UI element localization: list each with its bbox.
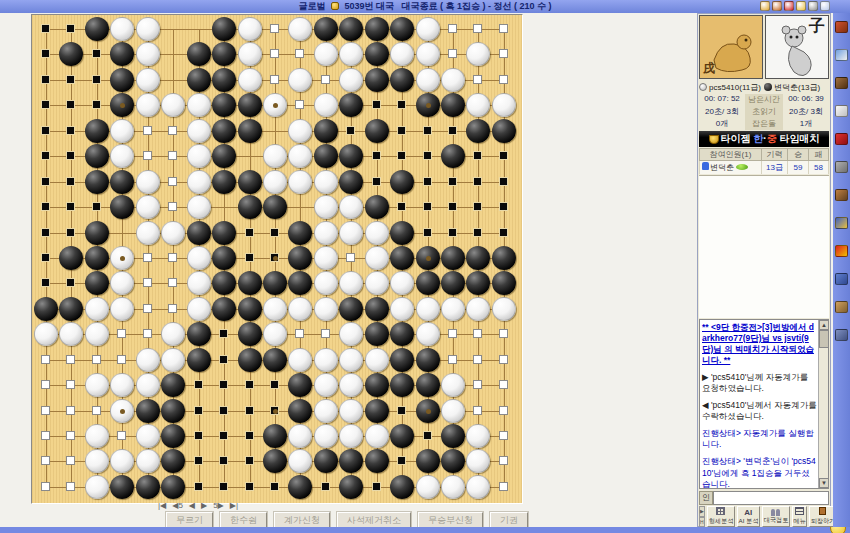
white-stone xyxy=(416,68,440,92)
zodiac-dog-hanja: 戌 xyxy=(703,60,715,77)
white-territory-marker xyxy=(168,151,177,160)
keys-icon[interactable] xyxy=(796,1,806,11)
nav-button-2[interactable]: ◀ xyxy=(189,501,195,510)
white-territory-marker xyxy=(168,253,177,262)
black-territory-marker xyxy=(41,202,50,211)
black-stone xyxy=(263,424,287,448)
greeting-label: 인사말 xyxy=(699,491,713,505)
chat-message-4: 진행상태> '변덕춘'님이 'pcs5410'님에게 흑 1집승을 거두셨습니다… xyxy=(702,456,817,489)
white-stone xyxy=(441,373,465,397)
black-stone xyxy=(492,246,516,270)
clock-panel: 00: 07: 52 남은시간 00: 06: 39 20초/ 3회 초읽기 2… xyxy=(699,94,829,130)
black-territory-marker xyxy=(448,228,457,237)
toolbar-collapse[interactable]: ▶H xyxy=(699,506,705,527)
white-stone xyxy=(339,348,363,372)
white-territory-marker xyxy=(143,151,152,160)
white-territory-marker xyxy=(41,355,50,364)
black-territory-marker xyxy=(499,228,508,237)
white-territory-marker xyxy=(499,456,508,465)
black-stone xyxy=(238,348,262,372)
white-stone xyxy=(187,195,211,219)
black-stone xyxy=(136,475,160,499)
black-stone xyxy=(416,373,440,397)
black-territory-marker xyxy=(66,126,75,135)
col-rank: 기력 xyxy=(762,149,788,161)
black-territory-marker xyxy=(41,24,50,33)
black-territory-marker xyxy=(270,482,279,491)
black-territory-marker xyxy=(66,202,75,211)
black-stone xyxy=(390,246,414,270)
black-territory-marker xyxy=(41,278,50,287)
gift-icon[interactable] xyxy=(835,217,848,229)
white-territory-marker xyxy=(66,431,75,440)
nav-button-4[interactable]: 5▶ xyxy=(213,501,224,510)
chat-log[interactable]: ** <9단 한중전>[3]번방에서 darkhero77(9단)님 vs js… xyxy=(699,319,829,489)
white-stone xyxy=(288,170,312,194)
black-territory-marker xyxy=(499,177,508,186)
white-stone xyxy=(136,17,160,41)
white-territory-marker xyxy=(295,100,304,109)
people-icon xyxy=(771,509,780,516)
black-stone xyxy=(365,399,389,423)
black-territory-marker xyxy=(448,126,457,135)
white-stone xyxy=(187,246,211,270)
white-territory-marker xyxy=(168,304,177,313)
black-stone xyxy=(339,170,363,194)
white-territory-marker xyxy=(92,406,101,415)
hammer-icon[interactable] xyxy=(835,189,848,201)
white-stone xyxy=(238,68,262,92)
menu-icon xyxy=(795,507,804,515)
white-stone xyxy=(136,348,160,372)
black-stone xyxy=(238,297,262,321)
black-stone xyxy=(85,119,109,143)
white-stone xyxy=(187,93,211,117)
black-territory-marker xyxy=(372,100,381,109)
black-territory-marker xyxy=(66,151,75,160)
black-territory-marker xyxy=(372,482,381,491)
white-territory-marker xyxy=(295,49,304,58)
black-territory-marker xyxy=(66,75,75,84)
black-stone xyxy=(365,17,389,41)
participant-list-area[interactable] xyxy=(699,175,829,318)
white-territory-marker xyxy=(41,406,50,415)
white-territory-marker xyxy=(448,49,457,58)
black-territory-marker xyxy=(41,49,50,58)
black-territory-marker xyxy=(41,177,50,186)
chat-input[interactable] xyxy=(713,491,829,505)
black-byoyomi: 20초/ 3회 xyxy=(783,106,829,118)
black-territory-marker xyxy=(423,177,432,186)
black-stone xyxy=(212,17,236,41)
black-stone xyxy=(365,68,389,92)
white-stone xyxy=(492,297,516,321)
white-stone xyxy=(85,322,109,346)
black-territory-marker xyxy=(219,431,228,440)
white-stone xyxy=(390,297,414,321)
black-territory-marker xyxy=(66,100,75,109)
white-territory-marker xyxy=(499,329,508,338)
room-badge-icon xyxy=(331,2,339,10)
white-stone xyxy=(136,424,160,448)
white-territory-marker xyxy=(168,202,177,211)
white-stone xyxy=(238,42,262,66)
analysis-grid-icon xyxy=(716,507,725,515)
white-stone xyxy=(288,119,312,143)
white-territory-marker xyxy=(168,177,177,186)
black-territory-marker xyxy=(92,49,101,58)
white-territory-marker xyxy=(41,431,50,440)
black-stone xyxy=(187,322,211,346)
white-territory-marker xyxy=(66,406,75,415)
white-territory-marker xyxy=(92,355,101,364)
white-stone xyxy=(314,399,338,423)
white-territory-marker xyxy=(346,253,355,262)
black-stone xyxy=(187,221,211,245)
toolbar-review-button[interactable]: 대국검토 xyxy=(762,506,790,527)
go-board[interactable] xyxy=(31,14,523,504)
black-stone xyxy=(212,170,236,194)
event-banner[interactable]: 타이젬 한·중 타임매치 xyxy=(699,131,829,147)
white-stone-icon xyxy=(699,83,707,91)
white-territory-marker xyxy=(473,380,482,389)
black-stone xyxy=(212,119,236,143)
white-territory-marker xyxy=(499,49,508,58)
black-territory-marker xyxy=(219,456,228,465)
white-stone xyxy=(441,475,465,499)
grid-icon[interactable] xyxy=(835,273,848,285)
white-territory-marker xyxy=(143,329,152,338)
black-stone xyxy=(161,399,185,423)
white-stone xyxy=(85,297,109,321)
star-point xyxy=(273,256,278,261)
black-territory-marker xyxy=(397,151,406,160)
black-territory-marker xyxy=(448,177,457,186)
black-territory-marker xyxy=(194,406,203,415)
white-stone xyxy=(441,399,465,423)
white-stone xyxy=(110,297,134,321)
shop-icon[interactable] xyxy=(835,21,848,33)
participant-row[interactable]: 변덕춘 13급 59 58 xyxy=(700,161,829,174)
black-territory-marker xyxy=(41,100,50,109)
home-icon[interactable] xyxy=(760,1,770,11)
chat-message-0[interactable]: ** <9단 한중전>[3]번방에서 darkhero77(9단)님 vs js… xyxy=(702,322,817,366)
white-stone xyxy=(136,170,160,194)
tool-icon[interactable] xyxy=(835,329,848,341)
black-stone xyxy=(85,17,109,41)
black-territory-marker xyxy=(448,202,457,211)
white-territory-marker xyxy=(66,456,75,465)
black-territory-marker xyxy=(245,228,254,237)
scroll-down-icon[interactable]: ▼ xyxy=(819,478,829,488)
black-stone xyxy=(390,424,414,448)
white-stone xyxy=(263,170,287,194)
white-stone xyxy=(238,17,262,41)
black-territory-marker xyxy=(41,75,50,84)
white-stone xyxy=(314,297,338,321)
white-territory-marker xyxy=(499,75,508,84)
white-territory-marker xyxy=(499,355,508,364)
black-territory-marker xyxy=(321,482,330,491)
chat-message-1: ▶ 'pcs5410'님께 자동계가를 요청하였습니다. xyxy=(702,372,817,394)
white-territory-marker xyxy=(473,329,482,338)
white-stone xyxy=(263,144,287,168)
black-territory-marker xyxy=(499,151,508,160)
black-territory-marker xyxy=(245,482,254,491)
black-stone xyxy=(187,68,211,92)
black-stone xyxy=(314,144,338,168)
black-stone xyxy=(288,221,312,245)
black-territory-marker xyxy=(397,100,406,109)
train-icon[interactable] xyxy=(772,1,782,11)
black-stone xyxy=(441,246,465,270)
kup-icon[interactable] xyxy=(835,245,848,257)
move-nav: |◀◀5◀▶5▶▶| xyxy=(158,501,238,510)
col-wins: 승 xyxy=(788,149,809,161)
black-stone xyxy=(110,170,134,194)
chat-scrollbar[interactable]: ▲ ▼ xyxy=(818,320,828,488)
ai-icon: AI xyxy=(744,508,752,517)
black-stone-icon xyxy=(764,83,772,91)
black-stone xyxy=(365,42,389,66)
black-stone xyxy=(85,170,109,194)
white-stone xyxy=(339,68,363,92)
white-territory-marker xyxy=(143,126,152,135)
black-stone xyxy=(238,119,262,143)
black-territory-marker xyxy=(245,431,254,440)
white-stone xyxy=(365,246,389,270)
t-circle-icon[interactable] xyxy=(784,1,794,11)
black-territory-marker xyxy=(41,126,50,135)
monitor-icon[interactable] xyxy=(820,1,830,11)
black-territory-marker xyxy=(92,202,101,211)
drink-icon[interactable] xyxy=(835,49,848,61)
black-territory-marker xyxy=(92,100,101,109)
white-stone xyxy=(136,93,160,117)
star-point xyxy=(426,409,431,414)
black-stone xyxy=(263,195,287,219)
black-stone xyxy=(390,475,414,499)
black-territory-marker xyxy=(194,456,203,465)
black-stone xyxy=(365,119,389,143)
white-territory-marker xyxy=(499,431,508,440)
black-stone xyxy=(238,271,262,295)
black-territory-marker xyxy=(41,253,50,262)
avatar-icon[interactable] xyxy=(835,161,848,173)
white-stone xyxy=(416,475,440,499)
white-stone xyxy=(416,17,440,41)
black-territory-marker xyxy=(346,126,355,135)
black-territory-marker xyxy=(194,431,203,440)
black-territory-marker xyxy=(473,202,482,211)
black-territory-marker xyxy=(66,177,75,186)
white-stone xyxy=(85,373,109,397)
black-territory-marker xyxy=(219,355,228,364)
nav-button-1[interactable]: ◀5 xyxy=(172,501,183,510)
label-byoyomi: 초읽기 xyxy=(745,106,783,118)
game-info-panel: 戌 子 pcs5410(11급) 변덕춘(13급) xyxy=(697,13,831,527)
black-territory-marker xyxy=(397,406,406,415)
friends-icon[interactable] xyxy=(835,301,848,313)
black-territory-marker xyxy=(219,406,228,415)
black-stone xyxy=(339,297,363,321)
col-participants: 참여인원(1) xyxy=(700,149,762,161)
black-stone xyxy=(212,68,236,92)
white-remaining-time: 00: 07: 52 xyxy=(699,94,745,106)
white-stone xyxy=(365,221,389,245)
black-stone xyxy=(85,221,109,245)
black-stone xyxy=(212,246,236,270)
white-stone xyxy=(416,297,440,321)
white-territory-marker xyxy=(168,278,177,287)
black-territory-marker xyxy=(397,202,406,211)
star-point xyxy=(426,103,431,108)
white-stone xyxy=(110,119,134,143)
toolbar-ai-button[interactable]: AI AI 분석 xyxy=(737,506,760,527)
go-client-window: { "game": "Go (Baduk) 19x19 — Korean Tyg… xyxy=(0,0,850,533)
white-territory-marker xyxy=(66,355,75,364)
red-box-icon[interactable] xyxy=(835,133,848,145)
bottom-strip xyxy=(0,527,850,533)
titlebar-icon-tray xyxy=(760,1,830,11)
side-icon-strip xyxy=(833,13,850,527)
card-icon[interactable] xyxy=(835,105,848,117)
white-stone xyxy=(314,424,338,448)
col-losses: 패 xyxy=(809,149,829,161)
black-territory-marker xyxy=(41,151,50,160)
black-stone xyxy=(238,170,262,194)
white-territory-marker xyxy=(499,24,508,33)
white-stone xyxy=(85,475,109,499)
window-title: 글로벌 5039번 대국 대국종료 ( 흑 1집승 ) - 정선 ( 210 수… xyxy=(298,0,551,13)
black-territory-marker xyxy=(92,75,101,84)
black-territory-marker xyxy=(473,228,482,237)
white-territory-marker xyxy=(295,329,304,338)
black-stone xyxy=(365,322,389,346)
white-stone xyxy=(416,42,440,66)
game-status: 대국종료 ( 흑 1집승 ) - 정선 ( 210 수 ) xyxy=(402,1,552,11)
nav-button-0[interactable]: |◀ xyxy=(158,501,166,510)
white-territory-marker xyxy=(168,126,177,135)
chat-message-3: 진행상태> 자동계가를 실행합니다. xyxy=(702,428,817,450)
black-stone xyxy=(416,348,440,372)
white-territory-marker xyxy=(143,253,152,262)
black-stone xyxy=(390,170,414,194)
white-territory-marker xyxy=(270,49,279,58)
white-territory-marker xyxy=(117,355,126,364)
white-territory-marker xyxy=(117,329,126,338)
black-stone xyxy=(365,373,389,397)
chat-message-2: ◀ 'pcs5410'님께서 자동계가를 수락하셨습니다. xyxy=(702,400,817,422)
white-stone xyxy=(136,221,160,245)
black-territory-marker xyxy=(245,406,254,415)
white-territory-marker xyxy=(473,406,482,415)
white-stone xyxy=(416,322,440,346)
black-territory-marker xyxy=(473,177,482,186)
toolbar-menu-button[interactable]: 메뉴 xyxy=(792,506,807,527)
black-territory-marker xyxy=(423,126,432,135)
crate-icon[interactable] xyxy=(835,77,848,89)
black-territory-marker xyxy=(423,202,432,211)
black-territory-marker xyxy=(473,151,482,160)
white-territory-marker xyxy=(117,431,126,440)
black-stone xyxy=(238,195,262,219)
white-territory-marker xyxy=(321,75,330,84)
exit-door-icon xyxy=(819,507,826,515)
white-territory-marker xyxy=(321,329,330,338)
black-territory-marker xyxy=(66,278,75,287)
black-stone xyxy=(390,17,414,41)
white-stone xyxy=(187,119,211,143)
white-stone xyxy=(365,424,389,448)
white-stone xyxy=(161,348,185,372)
black-stone xyxy=(390,348,414,372)
white-stone xyxy=(365,348,389,372)
nav-button-3[interactable]: ▶ xyxy=(201,501,207,510)
white-stone xyxy=(136,68,160,92)
black-stone xyxy=(416,449,440,473)
white-stone xyxy=(314,170,338,194)
white-player-avatar: 戌 xyxy=(699,15,763,79)
black-remaining-time: 00: 06: 39 xyxy=(783,94,829,106)
black-territory-marker xyxy=(372,177,381,186)
scroll-thumb[interactable] xyxy=(819,330,829,348)
white-stone xyxy=(314,246,338,270)
black-player-avatar: 子 xyxy=(765,15,829,79)
nav-button-5[interactable]: ▶| xyxy=(230,501,238,510)
black-stone xyxy=(416,271,440,295)
white-territory-marker xyxy=(473,24,482,33)
black-stone xyxy=(314,119,338,143)
panel-toolbar: ▶H 형세분석 AI AI 분석 대국검토 메뉴 퇴장하기 xyxy=(699,506,829,527)
white-territory-marker xyxy=(499,482,508,491)
black-stone xyxy=(263,348,287,372)
white-stone xyxy=(136,195,160,219)
black-stone xyxy=(390,68,414,92)
black-territory-marker xyxy=(219,482,228,491)
white-territory-marker xyxy=(473,75,482,84)
black-territory-marker xyxy=(499,202,508,211)
white-territory-marker xyxy=(499,380,508,389)
buddy-icon[interactable] xyxy=(808,1,818,11)
zodiac-rat-hanja: 子 xyxy=(809,16,825,37)
black-stone xyxy=(238,322,262,346)
black-stone xyxy=(212,297,236,321)
white-player-name: pcs5410(11급) xyxy=(699,81,764,93)
white-stone xyxy=(441,68,465,92)
white-territory-marker xyxy=(143,304,152,313)
black-territory-marker xyxy=(219,329,228,338)
black-stone xyxy=(136,399,160,423)
scroll-up-icon[interactable]: ▲ xyxy=(819,320,829,330)
black-territory-marker xyxy=(372,151,381,160)
white-stone xyxy=(314,373,338,397)
white-stone xyxy=(441,297,465,321)
label-remaining: 남은시간 xyxy=(745,94,783,106)
white-stone xyxy=(85,424,109,448)
star-point xyxy=(426,256,431,261)
white-territory-marker xyxy=(448,329,457,338)
white-territory-marker xyxy=(270,75,279,84)
black-territory-marker xyxy=(423,431,432,440)
black-territory-marker xyxy=(219,380,228,389)
white-stone xyxy=(161,221,185,245)
white-territory-marker xyxy=(66,482,75,491)
toolbar-analysis-button[interactable]: 형세분석 xyxy=(707,506,735,527)
black-stone xyxy=(314,17,338,41)
black-territory-marker xyxy=(270,228,279,237)
black-territory-marker xyxy=(245,380,254,389)
